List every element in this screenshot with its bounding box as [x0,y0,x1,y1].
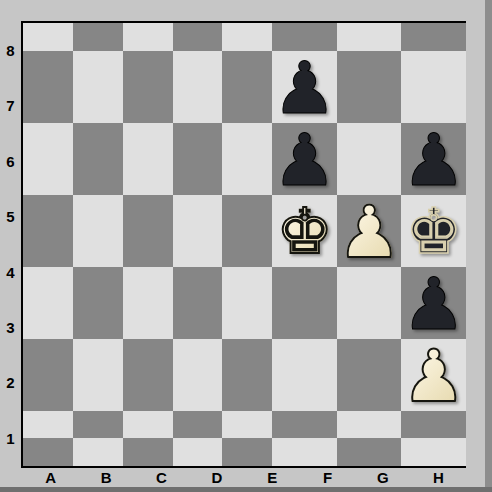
square-f4[interactable] [272,267,337,339]
square-e3[interactable] [222,339,272,411]
square-b8[interactable] [73,23,123,51]
square-d1[interactable] [173,438,223,466]
file-label-A: A [23,467,78,489]
black-pawn[interactable]: ♟ [272,52,337,124]
square-c5[interactable] [123,195,173,267]
square-g4[interactable] [337,267,402,339]
frame-shadow-bottom [0,487,492,492]
square-e2[interactable] [222,411,272,439]
black-pawn[interactable]: ♟ [401,268,466,340]
square-d8[interactable] [173,23,223,51]
black-pawn[interactable]: ♟ [401,124,466,196]
square-f2[interactable] [272,411,337,439]
square-g3[interactable] [337,339,402,411]
black-pawn[interactable]: ♟ [272,124,337,196]
square-f5[interactable]: ♚ [272,195,337,267]
white-king[interactable]: ♚ [276,200,332,263]
square-d2[interactable] [173,411,223,439]
square-a7[interactable] [23,51,73,123]
square-a1[interactable] [23,438,73,466]
file-label-G: G [355,467,410,489]
square-c3[interactable] [123,339,173,411]
square-h6[interactable]: ♟ [401,123,466,195]
file-label-E: E [245,467,300,489]
square-g1[interactable] [337,438,402,466]
square-g8[interactable] [337,23,402,51]
square-b2[interactable] [73,411,123,439]
square-g2[interactable] [337,411,402,439]
square-b4[interactable] [73,267,123,339]
square-h1[interactable] [401,438,466,466]
rank-label-2: 2 [0,355,21,410]
square-a6[interactable] [23,123,73,195]
frame-shadow-right [485,0,492,492]
square-h3[interactable]: ♟ [401,339,466,411]
square-d6[interactable] [173,123,223,195]
square-d5[interactable] [173,195,223,267]
square-c1[interactable] [123,438,173,466]
square-c6[interactable] [123,123,173,195]
square-b7[interactable] [73,51,123,123]
rank-label-1: 1 [0,411,21,466]
square-c8[interactable] [123,23,173,51]
square-h7[interactable] [401,51,466,123]
square-e1[interactable] [222,438,272,466]
square-g6[interactable] [337,123,402,195]
white-pawn[interactable]: ♟ [401,340,466,412]
square-c2[interactable] [123,411,173,439]
square-b5[interactable] [73,195,123,267]
file-label-B: B [78,467,133,489]
square-d4[interactable] [173,267,223,339]
file-label-H: H [411,467,466,489]
square-g5[interactable]: ♟ [337,195,402,267]
square-a5[interactable] [23,195,73,267]
file-label-C: C [134,467,189,489]
square-e8[interactable] [222,23,272,51]
square-f3[interactable] [272,339,337,411]
square-b6[interactable] [73,123,123,195]
square-e6[interactable] [222,123,272,195]
square-b1[interactable] [73,438,123,466]
rank-label-8: 8 [0,23,21,78]
rank-label-5: 5 [0,189,21,244]
square-c4[interactable] [123,267,173,339]
file-label-D: D [189,467,244,489]
rank-label-4: 4 [0,245,21,300]
square-d7[interactable] [173,51,223,123]
square-h5[interactable]: ♚ [401,195,466,267]
file-label-F: F [300,467,355,489]
square-d3[interactable] [173,339,223,411]
square-f6[interactable]: ♟ [272,123,337,195]
square-a2[interactable] [23,411,73,439]
square-h8[interactable] [401,23,466,51]
rank-label-3: 3 [0,300,21,355]
square-e4[interactable] [222,267,272,339]
square-a3[interactable] [23,339,73,411]
square-e5[interactable] [222,195,272,267]
square-a4[interactable] [23,267,73,339]
square-h2[interactable] [401,411,466,439]
square-b3[interactable] [73,339,123,411]
rank-label-6: 6 [0,134,21,189]
square-h4[interactable]: ♟ [401,267,466,339]
square-f1[interactable] [272,438,337,466]
square-e7[interactable] [222,51,272,123]
black-king[interactable]: ♚ [405,200,461,263]
board: ♟♟♟♚♟♚♟♟ [21,21,466,468]
square-c7[interactable] [123,51,173,123]
square-g7[interactable] [337,51,402,123]
square-f7[interactable]: ♟ [272,51,337,123]
white-pawn[interactable]: ♟ [337,196,402,268]
square-a8[interactable] [23,23,73,51]
chess-diagram: ♟♟♟♚♟♚♟♟ 87654321 ABCDEFGH [0,0,492,492]
rank-label-7: 7 [0,78,21,133]
